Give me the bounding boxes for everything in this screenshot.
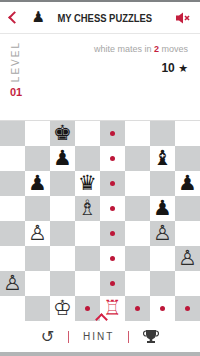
move-dot-e5[interactable] xyxy=(110,206,115,211)
square-b8[interactable] xyxy=(25,121,50,146)
square-b2[interactable] xyxy=(25,271,50,296)
move-dot-e8[interactable] xyxy=(110,131,115,136)
square-a2[interactable]: ♙ xyxy=(0,271,25,296)
piece-wk-c1[interactable]: ♔ xyxy=(53,296,72,321)
square-d4[interactable] xyxy=(75,221,100,246)
action-divider xyxy=(68,331,69,343)
square-c8[interactable]: ♚ xyxy=(50,121,75,146)
action-bar: ↺ HINT xyxy=(0,321,200,352)
square-b3[interactable] xyxy=(25,246,50,271)
level-block: LEVEL 01 xyxy=(10,41,22,98)
square-c2[interactable] xyxy=(50,271,75,296)
screen-bottom-edge xyxy=(0,352,200,356)
square-f3[interactable] xyxy=(125,246,150,271)
square-g7[interactable]: ♝ xyxy=(150,146,175,171)
level-panel: LEVEL 01 white mates in 2 moves 10 ★ xyxy=(0,34,200,120)
square-b1[interactable] xyxy=(25,296,50,321)
square-h4[interactable] xyxy=(175,221,200,246)
square-e6[interactable] xyxy=(100,171,125,196)
objective-suffix: moves xyxy=(159,44,188,54)
square-c6[interactable] xyxy=(50,171,75,196)
objective-prefix: white mates in xyxy=(94,44,154,54)
square-d2[interactable] xyxy=(75,271,100,296)
square-a6[interactable] xyxy=(0,171,25,196)
square-h6[interactable]: ♟ xyxy=(175,171,200,196)
piece-wp-b4[interactable]: ♙ xyxy=(28,221,47,246)
square-g8[interactable] xyxy=(150,121,175,146)
hint-button[interactable]: HINT xyxy=(83,331,114,342)
square-h3[interactable]: ♙ xyxy=(175,246,200,271)
square-g4[interactable]: ♙ xyxy=(150,221,175,246)
square-d6[interactable]: ♛ xyxy=(75,171,100,196)
square-c7[interactable]: ♟ xyxy=(50,146,75,171)
move-dot-e2[interactable] xyxy=(110,281,115,286)
piece-bq-d6[interactable]: ♛ xyxy=(78,171,97,196)
piece-wp-a2[interactable]: ♙ xyxy=(3,271,22,296)
piece-wp-h3[interactable]: ♙ xyxy=(178,246,197,271)
move-dot-f1[interactable] xyxy=(135,306,140,311)
square-d3[interactable] xyxy=(75,246,100,271)
objective-text: white mates in 2 moves xyxy=(94,44,188,54)
square-e2[interactable] xyxy=(100,271,125,296)
move-dot-d1[interactable] xyxy=(85,306,90,311)
piece-wp-g4[interactable]: ♙ xyxy=(153,221,172,246)
square-c1[interactable]: ♔ xyxy=(50,296,75,321)
square-h8[interactable] xyxy=(175,121,200,146)
chess-board: ♚♟♝♟♛♟♗♟♙♙♙♙♔♖ xyxy=(0,121,200,321)
square-a3[interactable] xyxy=(0,246,25,271)
square-d5[interactable]: ♗ xyxy=(75,196,100,221)
piece-bp-b6[interactable]: ♟ xyxy=(28,171,47,196)
move-dot-h1[interactable] xyxy=(185,306,190,311)
square-d8[interactable] xyxy=(75,121,100,146)
square-e3[interactable] xyxy=(100,246,125,271)
square-e8[interactable] xyxy=(100,121,125,146)
square-g5[interactable]: ♟ xyxy=(150,196,175,221)
square-d7[interactable] xyxy=(75,146,100,171)
square-g6[interactable] xyxy=(150,171,175,196)
square-e7[interactable] xyxy=(100,146,125,171)
square-a1[interactable] xyxy=(0,296,25,321)
square-a7[interactable] xyxy=(0,146,25,171)
square-b6[interactable]: ♟ xyxy=(25,171,50,196)
square-c4[interactable] xyxy=(50,221,75,246)
piece-bp-h6[interactable]: ♟ xyxy=(178,171,197,196)
piece-bb-g7[interactable]: ♝ xyxy=(153,146,172,171)
square-c3[interactable] xyxy=(50,246,75,271)
square-f2[interactable] xyxy=(125,271,150,296)
pawn-logo-icon: ♟ xyxy=(32,10,45,25)
move-dot-e4[interactable] xyxy=(110,231,115,236)
app-screen: ♟ MY CHESS PUZZLES LEVEL 01 white mates … xyxy=(0,0,200,356)
square-f6[interactable] xyxy=(125,171,150,196)
objective-block: white mates in 2 moves 10 ★ xyxy=(94,44,188,75)
square-f4[interactable] xyxy=(125,221,150,246)
action-divider xyxy=(128,331,129,343)
square-f5[interactable] xyxy=(125,196,150,221)
piece-bp-c7[interactable]: ♟ xyxy=(53,146,72,171)
move-dot-e3[interactable] xyxy=(110,256,115,261)
move-dot-g1[interactable] xyxy=(160,306,165,311)
trophy-icon[interactable] xyxy=(143,329,159,344)
header-bar: ♟ MY CHESS PUZZLES xyxy=(0,2,200,33)
mute-speaker-icon[interactable] xyxy=(175,11,190,25)
square-f8[interactable] xyxy=(125,121,150,146)
piece-bp-g5[interactable]: ♟ xyxy=(153,196,172,221)
square-a4[interactable] xyxy=(0,221,25,246)
piece-wb-d5[interactable]: ♗ xyxy=(78,196,97,221)
square-a8[interactable] xyxy=(0,121,25,146)
app-title: MY CHESS PUZZLES xyxy=(57,12,152,24)
square-h2[interactable] xyxy=(175,271,200,296)
square-f7[interactable] xyxy=(125,146,150,171)
square-b4[interactable]: ♙ xyxy=(25,221,50,246)
square-g1[interactable] xyxy=(150,296,175,321)
square-e4[interactable] xyxy=(100,221,125,246)
square-h5[interactable] xyxy=(175,196,200,221)
square-h1[interactable] xyxy=(175,296,200,321)
square-e5[interactable] xyxy=(100,196,125,221)
square-h7[interactable] xyxy=(175,146,200,171)
score-value: 10 xyxy=(161,61,174,75)
square-b7[interactable] xyxy=(25,146,50,171)
score-line: 10 ★ xyxy=(94,61,188,75)
restart-icon[interactable]: ↺ xyxy=(41,329,54,345)
level-label: LEVEL xyxy=(10,41,21,82)
move-dot-e6[interactable] xyxy=(110,181,115,186)
star-icon: ★ xyxy=(178,62,188,75)
square-f1[interactable] xyxy=(125,296,150,321)
square-g3[interactable] xyxy=(150,246,175,271)
square-g2[interactable] xyxy=(150,271,175,296)
app-logo: ♟ MY CHESS PUZZLES xyxy=(32,10,163,25)
move-dot-e7[interactable] xyxy=(110,156,115,161)
back-button[interactable] xyxy=(8,11,21,24)
square-c5[interactable] xyxy=(50,196,75,221)
piece-bk-c8[interactable]: ♚ xyxy=(53,121,72,146)
level-number: 01 xyxy=(10,86,22,98)
square-a5[interactable] xyxy=(0,196,25,221)
square-b5[interactable] xyxy=(25,196,50,221)
